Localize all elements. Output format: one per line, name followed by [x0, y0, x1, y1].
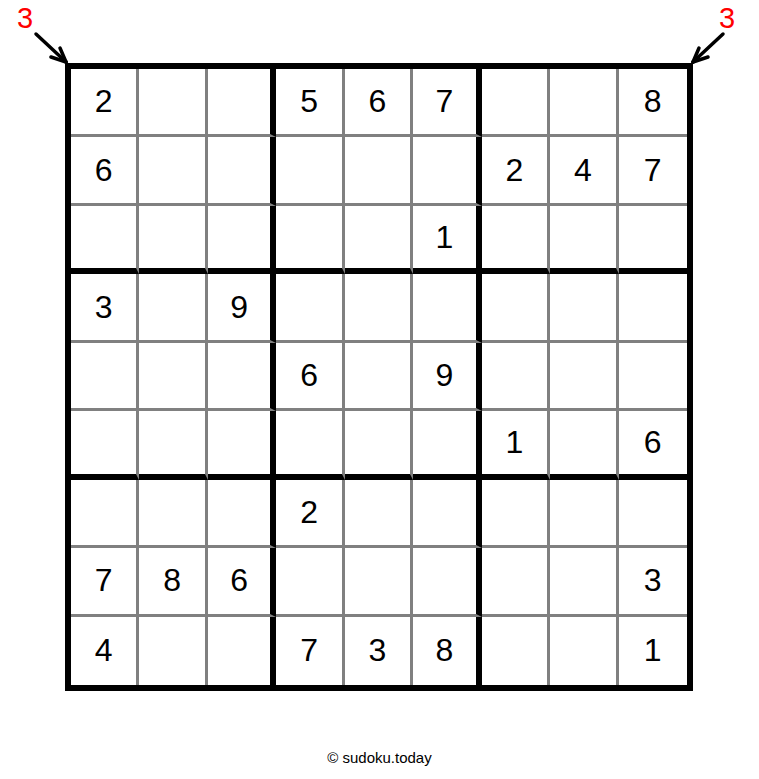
- cell-r9c8[interactable]: [550, 617, 618, 685]
- cell-r5c5[interactable]: [345, 343, 413, 411]
- cell-r7c4[interactable]: 2: [276, 480, 344, 548]
- cell-r1c3[interactable]: [208, 69, 276, 137]
- cell-r9c4[interactable]: 7: [276, 617, 344, 685]
- cell-r9c2[interactable]: [139, 617, 207, 685]
- cell-r7c2[interactable]: [139, 480, 207, 548]
- cell-r1c4[interactable]: 5: [276, 69, 344, 137]
- cell-r8c4[interactable]: [276, 548, 344, 616]
- cell-r3c7[interactable]: [482, 206, 550, 274]
- cell-r4c5[interactable]: [345, 274, 413, 342]
- cell-r1c8[interactable]: [550, 69, 618, 137]
- cell-r8c3[interactable]: 6: [208, 548, 276, 616]
- cell-r6c2[interactable]: [139, 411, 207, 479]
- cell-r2c6[interactable]: [413, 137, 481, 205]
- cell-r3c8[interactable]: [550, 206, 618, 274]
- cell-r4c7[interactable]: [482, 274, 550, 342]
- arrow-down-left-icon: [693, 34, 723, 62]
- cell-r5c7[interactable]: [482, 343, 550, 411]
- cell-r4c2[interactable]: [139, 274, 207, 342]
- cell-r7c7[interactable]: [482, 480, 550, 548]
- cell-r7c1[interactable]: [71, 480, 139, 548]
- diagonal-clue-top-left: 3: [17, 4, 33, 33]
- cell-r3c2[interactable]: [139, 206, 207, 274]
- cell-r2c1[interactable]: 6: [71, 137, 139, 205]
- cell-r3c5[interactable]: [345, 206, 413, 274]
- cell-r1c7[interactable]: [482, 69, 550, 137]
- cell-r4c6[interactable]: [413, 274, 481, 342]
- cell-r6c7[interactable]: 1: [482, 411, 550, 479]
- cell-r5c4[interactable]: 6: [276, 343, 344, 411]
- cell-r9c5[interactable]: 3: [345, 617, 413, 685]
- cell-r6c8[interactable]: [550, 411, 618, 479]
- cell-r3c1[interactable]: [71, 206, 139, 274]
- cell-r8c7[interactable]: [482, 548, 550, 616]
- cell-r7c6[interactable]: [413, 480, 481, 548]
- cell-r3c4[interactable]: [276, 206, 344, 274]
- cell-r8c2[interactable]: 8: [139, 548, 207, 616]
- cell-r6c6[interactable]: [413, 411, 481, 479]
- cell-r4c8[interactable]: [550, 274, 618, 342]
- cell-r5c1[interactable]: [71, 343, 139, 411]
- cell-r2c4[interactable]: [276, 137, 344, 205]
- cell-r1c9[interactable]: 8: [619, 69, 687, 137]
- cell-r8c5[interactable]: [345, 548, 413, 616]
- page: 3 3 25678624713969162786347381 © sudoku.…: [0, 0, 759, 779]
- cell-r4c9[interactable]: [619, 274, 687, 342]
- arrow-down-right-icon: [36, 34, 66, 62]
- cell-r8c8[interactable]: [550, 548, 618, 616]
- cell-r6c9[interactable]: 6: [619, 411, 687, 479]
- cell-r4c1[interactable]: 3: [71, 274, 139, 342]
- cell-r3c6[interactable]: 1: [413, 206, 481, 274]
- cell-r7c3[interactable]: [208, 480, 276, 548]
- cell-r2c9[interactable]: 7: [619, 137, 687, 205]
- cell-r1c2[interactable]: [139, 69, 207, 137]
- cell-r2c3[interactable]: [208, 137, 276, 205]
- cell-r9c9[interactable]: 1: [619, 617, 687, 685]
- cell-r5c8[interactable]: [550, 343, 618, 411]
- cell-r1c6[interactable]: 7: [413, 69, 481, 137]
- cell-r4c4[interactable]: [276, 274, 344, 342]
- cell-r8c9[interactable]: 3: [619, 548, 687, 616]
- cell-r1c1[interactable]: 2: [71, 69, 139, 137]
- footer-credit: © sudoku.today: [0, 749, 759, 766]
- cell-r5c3[interactable]: [208, 343, 276, 411]
- cell-r6c3[interactable]: [208, 411, 276, 479]
- cell-r2c7[interactable]: 2: [482, 137, 550, 205]
- cell-r7c5[interactable]: [345, 480, 413, 548]
- cell-r4c3[interactable]: 9: [208, 274, 276, 342]
- cell-r5c2[interactable]: [139, 343, 207, 411]
- cell-r2c2[interactable]: [139, 137, 207, 205]
- cell-r9c3[interactable]: [208, 617, 276, 685]
- diagonal-clue-top-right: 3: [719, 4, 735, 33]
- cell-r7c8[interactable]: [550, 480, 618, 548]
- cell-r9c7[interactable]: [482, 617, 550, 685]
- cell-r3c9[interactable]: [619, 206, 687, 274]
- cell-r3c3[interactable]: [208, 206, 276, 274]
- sudoku-board: 25678624713969162786347381: [65, 63, 693, 691]
- cell-r5c6[interactable]: 9: [413, 343, 481, 411]
- cell-r9c1[interactable]: 4: [71, 617, 139, 685]
- cell-r8c6[interactable]: [413, 548, 481, 616]
- cell-r2c8[interactable]: 4: [550, 137, 618, 205]
- cell-r2c5[interactable]: [345, 137, 413, 205]
- cell-r8c1[interactable]: 7: [71, 548, 139, 616]
- cell-r6c1[interactable]: [71, 411, 139, 479]
- cell-r5c9[interactable]: [619, 343, 687, 411]
- cell-r6c4[interactable]: [276, 411, 344, 479]
- cell-r1c5[interactable]: 6: [345, 69, 413, 137]
- cell-r7c9[interactable]: [619, 480, 687, 548]
- cell-r9c6[interactable]: 8: [413, 617, 481, 685]
- cell-r6c5[interactable]: [345, 411, 413, 479]
